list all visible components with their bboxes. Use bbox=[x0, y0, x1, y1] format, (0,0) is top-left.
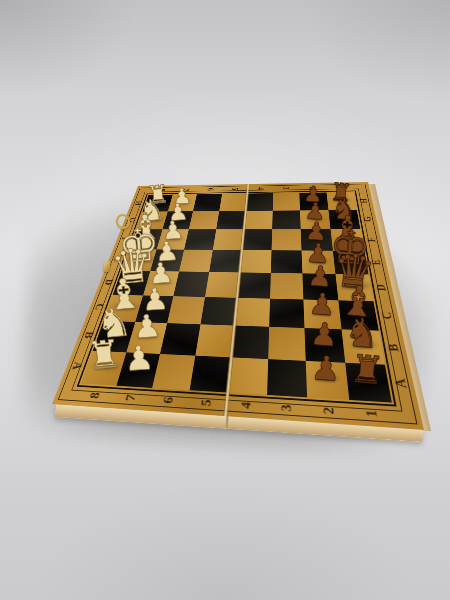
piece-black-rook-a1[interactable]: ♜ bbox=[348, 349, 386, 390]
photo-stage: 8877665544332211HHGGFFEEDDCCBBAA ♜♟♟♜♞♟♟… bbox=[0, 0, 450, 600]
piece-white-rook-a8[interactable]: ♜ bbox=[85, 335, 123, 376]
pieces-layer: ♜♟♟♜♞♟♟♞♝♟♟♝♚♟♟♚♛♟♟♛♝♟♟♝♞♟♟♞♜♟♟♜ bbox=[0, 0, 450, 600]
piece-black-pawn-a2[interactable]: ♟ bbox=[310, 351, 342, 386]
piece-white-pawn-a7[interactable]: ♟ bbox=[123, 341, 155, 376]
piece-black-pawn-b2[interactable]: ♟ bbox=[309, 318, 339, 351]
